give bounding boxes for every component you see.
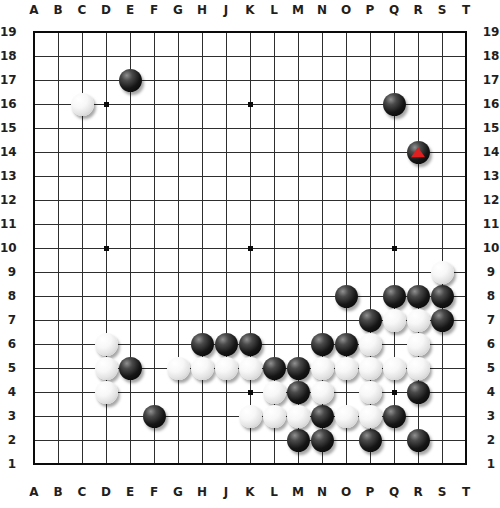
col-label-top-B: B (46, 3, 70, 17)
col-label-bottom-S: S (430, 485, 454, 499)
col-label-bottom-E: E (118, 485, 142, 499)
white-stone-L4[interactable] (263, 381, 286, 404)
col-label-top-M: M (286, 3, 310, 17)
row-label-right-9: 9 (478, 265, 500, 279)
white-stone-S9[interactable] (431, 261, 454, 284)
black-stone-L5[interactable] (263, 357, 286, 380)
black-stone-N3[interactable] (311, 405, 334, 428)
white-stone-C16[interactable] (71, 93, 94, 116)
col-label-top-D: D (94, 3, 118, 17)
col-label-bottom-L: L (262, 485, 286, 499)
row-label-left-14: 14 (0, 145, 16, 159)
row-label-right-14: 14 (478, 145, 500, 159)
white-stone-D6[interactable] (95, 333, 118, 356)
white-stone-R5[interactable] (407, 357, 430, 380)
col-label-bottom-Q: Q (382, 485, 406, 499)
col-label-top-N: N (310, 3, 334, 17)
white-stone-R7[interactable] (407, 309, 430, 332)
col-label-top-R: R (406, 3, 430, 17)
col-label-top-P: P (358, 3, 382, 17)
col-label-bottom-B: B (46, 485, 70, 499)
col-label-top-O: O (334, 3, 358, 17)
row-label-left-9: 9 (0, 265, 16, 279)
row-label-right-7: 7 (478, 313, 500, 327)
col-label-top-L: L (262, 3, 286, 17)
col-label-top-T: T (454, 3, 478, 17)
col-label-bottom-M: M (286, 485, 310, 499)
col-label-bottom-F: F (142, 485, 166, 499)
white-stone-P3[interactable] (359, 405, 382, 428)
row-label-right-10: 10 (478, 241, 500, 255)
col-label-top-K: K (238, 3, 262, 17)
black-stone-R4[interactable] (407, 381, 430, 404)
white-stone-N4[interactable] (311, 381, 334, 404)
row-label-left-16: 16 (0, 97, 16, 111)
row-label-right-15: 15 (478, 121, 500, 135)
black-stone-N2[interactable] (311, 429, 334, 452)
row-label-right-17: 17 (478, 73, 500, 87)
col-label-bottom-C: C (70, 485, 94, 499)
col-label-top-G: G (166, 3, 190, 17)
white-stone-R6[interactable] (407, 333, 430, 356)
row-label-left-12: 12 (0, 193, 16, 207)
row-label-right-2: 2 (478, 433, 500, 447)
white-stone-H5[interactable] (191, 357, 214, 380)
go-board-screen: AABBCCDDEEFFGGHHJJKKLLMMNNOOPPQQRRSSTT19… (0, 0, 500, 508)
row-label-left-3: 3 (0, 409, 16, 423)
row-label-left-11: 11 (0, 217, 16, 231)
row-label-right-13: 13 (478, 169, 500, 183)
row-label-right-11: 11 (478, 217, 500, 231)
col-label-top-C: C (70, 3, 94, 17)
col-label-top-F: F (142, 3, 166, 17)
row-label-right-5: 5 (478, 361, 500, 375)
col-label-top-E: E (118, 3, 142, 17)
row-label-left-6: 6 (0, 337, 16, 351)
white-stone-M3[interactable] (287, 405, 310, 428)
row-label-right-3: 3 (478, 409, 500, 423)
black-stone-E17[interactable] (119, 69, 142, 92)
col-label-top-A: A (22, 3, 46, 17)
black-stone-R14[interactable] (407, 141, 430, 164)
row-label-right-1: 1 (478, 457, 500, 471)
col-label-top-S: S (430, 3, 454, 17)
col-label-bottom-D: D (94, 485, 118, 499)
white-stone-K3[interactable] (239, 405, 262, 428)
last-move-marker-icon (411, 147, 425, 157)
row-label-left-10: 10 (0, 241, 16, 255)
star-point-K16 (248, 102, 253, 107)
black-stone-O6[interactable] (335, 333, 358, 356)
row-label-left-17: 17 (0, 73, 16, 87)
white-stone-Q5[interactable] (383, 357, 406, 380)
black-stone-R2[interactable] (407, 429, 430, 452)
white-stone-O5[interactable] (335, 357, 358, 380)
row-label-right-8: 8 (478, 289, 500, 303)
col-label-bottom-N: N (310, 485, 334, 499)
star-point-Q4 (392, 390, 397, 395)
black-stone-J6[interactable] (215, 333, 238, 356)
white-stone-K5[interactable] (239, 357, 262, 380)
black-stone-N6[interactable] (311, 333, 334, 356)
black-stone-P2[interactable] (359, 429, 382, 452)
col-label-bottom-H: H (190, 485, 214, 499)
row-label-right-19: 19 (478, 25, 500, 39)
black-stone-R8[interactable] (407, 285, 430, 308)
white-stone-O3[interactable] (335, 405, 358, 428)
white-stone-P6[interactable] (359, 333, 382, 356)
row-label-left-13: 13 (0, 169, 16, 183)
black-stone-S8[interactable] (431, 285, 454, 308)
row-label-left-4: 4 (0, 385, 16, 399)
black-stone-H6[interactable] (191, 333, 214, 356)
white-stone-N5[interactable] (311, 357, 334, 380)
col-label-bottom-T: T (454, 485, 478, 499)
row-label-right-6: 6 (478, 337, 500, 351)
col-label-top-Q: Q (382, 3, 406, 17)
row-label-left-1: 1 (0, 457, 16, 471)
col-label-top-H: H (190, 3, 214, 17)
black-stone-Q3[interactable] (383, 405, 406, 428)
row-label-left-5: 5 (0, 361, 16, 375)
row-label-left-19: 19 (0, 25, 16, 39)
white-stone-J5[interactable] (215, 357, 238, 380)
black-stone-O8[interactable] (335, 285, 358, 308)
col-label-bottom-P: P (358, 485, 382, 499)
star-point-D16 (104, 102, 109, 107)
col-label-bottom-O: O (334, 485, 358, 499)
star-point-Q10 (392, 246, 397, 251)
white-stone-Q7[interactable] (383, 309, 406, 332)
row-label-right-18: 18 (478, 49, 500, 63)
black-stone-Q8[interactable] (383, 285, 406, 308)
col-label-bottom-J: J (214, 485, 238, 499)
star-point-K10 (248, 246, 253, 251)
black-stone-M2[interactable] (287, 429, 310, 452)
row-label-right-12: 12 (478, 193, 500, 207)
col-label-bottom-G: G (166, 485, 190, 499)
black-stone-M5[interactable] (287, 357, 310, 380)
col-label-top-J: J (214, 3, 238, 17)
col-label-bottom-A: A (22, 485, 46, 499)
col-label-bottom-R: R (406, 485, 430, 499)
star-point-D10 (104, 246, 109, 251)
white-stone-G5[interactable] (167, 357, 190, 380)
black-stone-E5[interactable] (119, 357, 142, 380)
white-stone-D5[interactable] (95, 357, 118, 380)
white-stone-P4[interactable] (359, 381, 382, 404)
black-stone-K6[interactable] (239, 333, 262, 356)
row-label-right-4: 4 (478, 385, 500, 399)
row-label-left-2: 2 (0, 433, 16, 447)
row-label-left-15: 15 (0, 121, 16, 135)
white-stone-D4[interactable] (95, 381, 118, 404)
row-label-right-16: 16 (478, 97, 500, 111)
black-stone-P7[interactable] (359, 309, 382, 332)
black-stone-M4[interactable] (287, 381, 310, 404)
black-stone-S7[interactable] (431, 309, 454, 332)
row-label-left-18: 18 (0, 49, 16, 63)
col-label-bottom-K: K (238, 485, 262, 499)
black-stone-Q16[interactable] (383, 93, 406, 116)
black-stone-F3[interactable] (143, 405, 166, 428)
row-label-left-7: 7 (0, 313, 16, 327)
white-stone-L3[interactable] (263, 405, 286, 428)
star-point-K4 (248, 390, 253, 395)
white-stone-P5[interactable] (359, 357, 382, 380)
row-label-left-8: 8 (0, 289, 16, 303)
